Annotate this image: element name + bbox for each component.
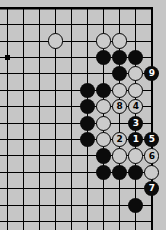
intersection [96,181,112,197]
intersection [63,66,79,82]
intersection [47,213,63,229]
move-3-stone: 3 [128,116,143,131]
intersection: 6 [144,148,160,164]
intersection [96,197,112,213]
intersection [96,131,112,147]
intersection: 5 [144,131,160,147]
intersection [0,82,15,98]
go-diagram: 984321567 [0,0,166,230]
intersection [144,0,160,16]
move-8-stone: 8 [112,99,127,114]
intersection [0,148,15,164]
move-1-stone: 1 [128,132,143,147]
intersection [79,164,95,180]
intersection [96,16,112,32]
intersection [128,181,144,197]
intersection [96,148,112,164]
intersection [15,131,31,147]
intersection: 7 [144,181,160,197]
intersection [15,148,31,164]
move-6-stone: 6 [144,148,159,163]
intersection [63,181,79,197]
black-stone [80,99,95,114]
intersection: 4 [128,99,144,115]
intersection [31,213,47,229]
intersection [47,0,63,16]
black-stone [112,66,127,81]
intersection [47,164,63,180]
intersection [144,33,160,49]
intersection [15,197,31,213]
intersection [112,49,128,65]
black-stone [128,198,143,213]
intersection [47,66,63,82]
intersection [15,115,31,131]
intersection [79,82,95,98]
intersection [63,213,79,229]
intersection: 9 [144,66,160,82]
intersection [79,99,95,115]
intersection [96,99,112,115]
black-stone [96,148,111,163]
intersection [63,82,79,98]
intersection [15,82,31,98]
move-number: 3 [133,118,139,127]
white-stone [96,99,111,114]
intersection [31,131,47,147]
intersection [112,164,128,180]
intersection [0,33,15,49]
black-stone [80,83,95,98]
intersection [47,16,63,32]
white-stone [112,33,127,48]
intersection: 3 [128,115,144,131]
intersection [112,82,128,98]
move-number: 7 [149,184,155,193]
intersection [79,213,95,229]
intersection [15,213,31,229]
intersection [128,16,144,32]
intersection [128,164,144,180]
move-2-stone: 2 [112,132,127,147]
move-number: 9 [149,69,155,78]
intersection [128,82,144,98]
intersection [79,148,95,164]
intersection [31,0,47,16]
intersection [63,0,79,16]
intersection [79,16,95,32]
move-number: 2 [117,135,123,144]
intersection [31,82,47,98]
intersection [31,148,47,164]
move-9-stone: 9 [144,66,159,81]
move-number: 5 [149,135,155,144]
intersection [144,164,160,180]
intersection [15,49,31,65]
black-stone [80,132,95,147]
move-5-stone: 5 [144,132,159,147]
intersection [144,115,160,131]
intersection [15,99,31,115]
intersection [47,33,63,49]
intersection [112,197,128,213]
star-point [0,49,15,65]
intersection [112,213,128,229]
intersection [47,82,63,98]
intersection [47,148,63,164]
intersection [144,82,160,98]
intersection [31,115,47,131]
intersection [128,0,144,16]
white-stone [112,148,127,163]
intersection [15,66,31,82]
intersection [128,33,144,49]
intersection [128,197,144,213]
intersection: 8 [112,99,128,115]
intersection [63,115,79,131]
white-stone [112,83,127,98]
intersection [15,181,31,197]
black-stone [80,116,95,131]
intersection [144,197,160,213]
black-stone [112,165,127,180]
intersection [0,197,15,213]
intersection [128,66,144,82]
intersection [0,164,15,180]
intersection [96,49,112,65]
white-stone [96,132,111,147]
black-stone [128,165,143,180]
intersection: 2 [112,131,128,147]
intersection [79,33,95,49]
move-7-stone: 7 [144,181,159,196]
intersection [31,49,47,65]
intersection [47,115,63,131]
intersection [79,197,95,213]
intersection [112,115,128,131]
intersection [47,181,63,197]
intersection [79,0,95,16]
intersection [144,16,160,32]
intersection [79,49,95,65]
intersection [63,148,79,164]
intersection [79,115,95,131]
intersection [96,0,112,16]
intersection [0,131,15,147]
intersection [0,181,15,197]
intersection [63,99,79,115]
white-stone [96,116,111,131]
intersection [96,82,112,98]
white-stone [144,165,159,180]
intersection [112,148,128,164]
intersection [112,0,128,16]
intersection [112,181,128,197]
intersection [31,164,47,180]
move-number: 6 [149,151,155,160]
move-number: 8 [117,102,123,111]
intersection [15,0,31,16]
white-stone [128,148,143,163]
black-stone [96,83,111,98]
intersection [79,66,95,82]
black-stone [96,165,111,180]
intersection [63,33,79,49]
intersection [0,0,15,16]
intersection [96,66,112,82]
white-stone [128,66,143,81]
intersection [96,33,112,49]
intersection [47,131,63,147]
intersection [128,49,144,65]
intersection: 1 [128,131,144,147]
white-stone [96,33,111,48]
white-stone [128,83,143,98]
intersection [112,16,128,32]
intersection [144,49,160,65]
intersection [0,115,15,131]
intersection [31,99,47,115]
intersection [47,197,63,213]
move-4-stone: 4 [128,99,143,114]
move-number: 1 [133,135,139,144]
black-stone [96,50,111,65]
black-stone [112,50,127,65]
intersection [112,66,128,82]
intersection [15,16,31,32]
intersection [63,49,79,65]
intersection [31,66,47,82]
intersection [63,164,79,180]
intersection [96,115,112,131]
intersection [63,16,79,32]
intersection [31,197,47,213]
intersection [15,33,31,49]
intersection [128,213,144,229]
intersection [47,49,63,65]
move-number: 4 [133,102,139,111]
intersection [15,164,31,180]
black-stone [128,50,143,65]
intersection [144,99,160,115]
go-board[interactable]: 984321567 [0,0,160,230]
intersection [112,33,128,49]
intersection [79,181,95,197]
intersection [79,131,95,147]
intersection [63,197,79,213]
intersection [31,181,47,197]
intersection [0,16,15,32]
intersection [31,33,47,49]
intersection [0,213,15,229]
white-stone [48,33,63,48]
intersection [47,99,63,115]
intersection [0,99,15,115]
intersection [96,164,112,180]
intersection [63,131,79,147]
intersection [144,213,160,229]
intersection [31,16,47,32]
intersection [96,213,112,229]
intersection [0,66,15,82]
intersection [128,148,144,164]
